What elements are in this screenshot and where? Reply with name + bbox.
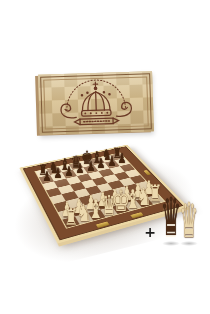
product-photo: + ♛ ♛ ♜♞♝♛♚♝♞♜♟♟♟♟♟♟♟♟♟♟♟♟♟♟♟♟♜♞♝♛♚♝♞♜ [0, 0, 210, 314]
extra-light-queen: ♛ [180, 196, 199, 244]
extra-pieces-group: + ♛ ♛ [0, 0, 210, 314]
extra-dark-queen: ♛ [161, 191, 182, 244]
plus-sign: + [144, 224, 156, 240]
